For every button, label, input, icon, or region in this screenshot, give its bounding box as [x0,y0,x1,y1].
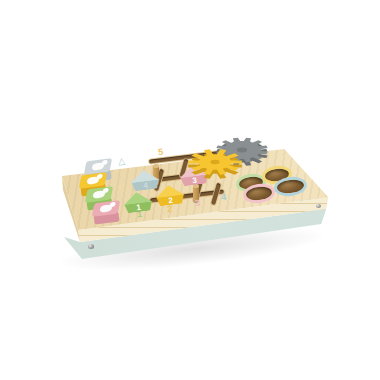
printed-number-5: 5 [157,147,163,158]
animal-print-icon [99,204,112,213]
grey-gear-hub [237,148,247,153]
print-triangle-outline: △ [117,156,125,167]
printed-number-4: 4 [220,192,226,203]
animal-print-icon [86,176,99,185]
animal-block-pink[interactable] [93,202,121,227]
triangle-number: 2 [168,196,173,204]
triangle-number: 3 [192,176,197,184]
triangle-green-1[interactable]: 1 [122,190,154,214]
product-photo: △ 5 1 2 3 4 4 3 1 2 [0,0,380,380]
triangle-yellow-2[interactable]: 2 [154,183,186,207]
screw-icon [316,204,321,208]
triangle-number: 1 [136,203,141,211]
screw-icon [88,244,94,249]
animal-print-icon [91,162,104,171]
animal-print-icon [92,190,105,199]
printed-number-3: 3 [194,198,200,209]
wood-grain-texture [0,0,380,380]
triangle-number: 4 [143,181,148,189]
